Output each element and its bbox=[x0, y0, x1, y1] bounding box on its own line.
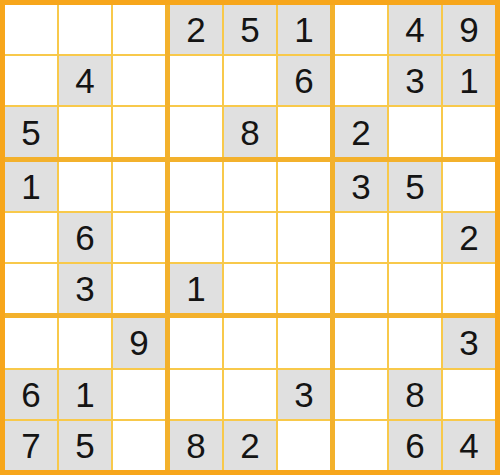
cell-r7c5[interactable] bbox=[224, 318, 276, 367]
cell-r7c3[interactable]: 9 bbox=[113, 318, 165, 367]
cell-r3c2[interactable] bbox=[59, 107, 111, 156]
cell-r1c7[interactable] bbox=[335, 5, 387, 54]
cell-r9c5[interactable]: 2 bbox=[224, 421, 276, 470]
cell-r5c9[interactable]: 2 bbox=[443, 213, 495, 262]
cell-r5c6[interactable] bbox=[278, 213, 330, 262]
cell-r8c4[interactable] bbox=[170, 370, 222, 419]
cell-r6c4[interactable]: 1 bbox=[170, 264, 222, 313]
cell-r2c7[interactable] bbox=[335, 56, 387, 105]
cell-r3c6[interactable] bbox=[278, 107, 330, 156]
cell-r4c3[interactable] bbox=[113, 162, 165, 211]
cell-r2c5[interactable] bbox=[224, 56, 276, 105]
cell-r4c6[interactable] bbox=[278, 162, 330, 211]
cell-r3c4[interactable] bbox=[170, 107, 222, 156]
cell-r1c1[interactable] bbox=[5, 5, 57, 54]
cell-r5c4[interactable] bbox=[170, 213, 222, 262]
cell-r3c5[interactable]: 8 bbox=[224, 107, 276, 156]
cell-r6c5[interactable] bbox=[224, 264, 276, 313]
cell-r5c1[interactable] bbox=[5, 213, 57, 262]
cell-r6c8[interactable] bbox=[389, 264, 441, 313]
sudoku-box-3: 49312 bbox=[335, 5, 495, 157]
sudoku-box-4: 163 bbox=[5, 162, 165, 314]
cell-r9c3[interactable] bbox=[113, 421, 165, 470]
cell-r3c1[interactable]: 5 bbox=[5, 107, 57, 156]
cell-r2c6[interactable]: 6 bbox=[278, 56, 330, 105]
cell-r8c6[interactable]: 3 bbox=[278, 370, 330, 419]
sudoku-box-7: 96175 bbox=[5, 318, 165, 470]
cell-r3c3[interactable] bbox=[113, 107, 165, 156]
cell-r6c9[interactable] bbox=[443, 264, 495, 313]
cell-r3c7[interactable]: 2 bbox=[335, 107, 387, 156]
cell-r8c2[interactable]: 1 bbox=[59, 370, 111, 419]
cell-r5c2[interactable]: 6 bbox=[59, 213, 111, 262]
cell-r1c6[interactable]: 1 bbox=[278, 5, 330, 54]
cell-r5c5[interactable] bbox=[224, 213, 276, 262]
cell-r4c9[interactable] bbox=[443, 162, 495, 211]
cell-r2c3[interactable] bbox=[113, 56, 165, 105]
cell-r9c7[interactable] bbox=[335, 421, 387, 470]
cell-r1c8[interactable]: 4 bbox=[389, 5, 441, 54]
cell-r7c9[interactable]: 3 bbox=[443, 318, 495, 367]
cell-r7c8[interactable] bbox=[389, 318, 441, 367]
cell-r7c7[interactable] bbox=[335, 318, 387, 367]
cell-r4c4[interactable] bbox=[170, 162, 222, 211]
sudoku-board: 4525168493121631352961753823864 bbox=[0, 0, 500, 475]
cell-r9c2[interactable]: 5 bbox=[59, 421, 111, 470]
cell-r9c6[interactable] bbox=[278, 421, 330, 470]
cell-r8c7[interactable] bbox=[335, 370, 387, 419]
cell-r6c7[interactable] bbox=[335, 264, 387, 313]
sudoku-box-1: 45 bbox=[5, 5, 165, 157]
cell-r1c4[interactable]: 2 bbox=[170, 5, 222, 54]
cell-r4c2[interactable] bbox=[59, 162, 111, 211]
cell-r4c5[interactable] bbox=[224, 162, 276, 211]
sudoku-box-9: 3864 bbox=[335, 318, 495, 470]
cell-r6c2[interactable]: 3 bbox=[59, 264, 111, 313]
cell-r2c8[interactable]: 3 bbox=[389, 56, 441, 105]
cell-r9c9[interactable]: 4 bbox=[443, 421, 495, 470]
cell-r2c9[interactable]: 1 bbox=[443, 56, 495, 105]
cell-r8c9[interactable] bbox=[443, 370, 495, 419]
cell-r5c8[interactable] bbox=[389, 213, 441, 262]
sudoku-box-8: 382 bbox=[170, 318, 330, 470]
cell-r1c2[interactable] bbox=[59, 5, 111, 54]
cell-r4c7[interactable]: 3 bbox=[335, 162, 387, 211]
cell-r9c1[interactable]: 7 bbox=[5, 421, 57, 470]
cell-r6c1[interactable] bbox=[5, 264, 57, 313]
cell-r9c4[interactable]: 8 bbox=[170, 421, 222, 470]
cell-r2c2[interactable]: 4 bbox=[59, 56, 111, 105]
cell-r7c2[interactable] bbox=[59, 318, 111, 367]
cell-r1c9[interactable]: 9 bbox=[443, 5, 495, 54]
cell-r8c8[interactable]: 8 bbox=[389, 370, 441, 419]
cell-r1c5[interactable]: 5 bbox=[224, 5, 276, 54]
cell-r7c6[interactable] bbox=[278, 318, 330, 367]
cell-r4c8[interactable]: 5 bbox=[389, 162, 441, 211]
sudoku-box-6: 352 bbox=[335, 162, 495, 314]
cell-r5c7[interactable] bbox=[335, 213, 387, 262]
cell-r9c8[interactable]: 6 bbox=[389, 421, 441, 470]
cell-r4c1[interactable]: 1 bbox=[5, 162, 57, 211]
cell-r6c3[interactable] bbox=[113, 264, 165, 313]
cell-r7c1[interactable] bbox=[5, 318, 57, 367]
cell-r3c8[interactable] bbox=[389, 107, 441, 156]
cell-r8c5[interactable] bbox=[224, 370, 276, 419]
sudoku-box-2: 25168 bbox=[170, 5, 330, 157]
cell-r3c9[interactable] bbox=[443, 107, 495, 156]
cell-r1c3[interactable] bbox=[113, 5, 165, 54]
cell-r7c4[interactable] bbox=[170, 318, 222, 367]
cell-r2c4[interactable] bbox=[170, 56, 222, 105]
cell-r5c3[interactable] bbox=[113, 213, 165, 262]
cell-r8c3[interactable] bbox=[113, 370, 165, 419]
cell-r2c1[interactable] bbox=[5, 56, 57, 105]
sudoku-box-5: 1 bbox=[170, 162, 330, 314]
cell-r6c6[interactable] bbox=[278, 264, 330, 313]
cell-r8c1[interactable]: 6 bbox=[5, 370, 57, 419]
